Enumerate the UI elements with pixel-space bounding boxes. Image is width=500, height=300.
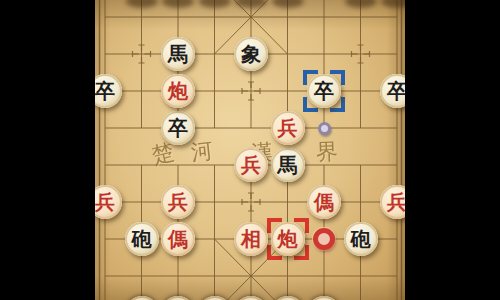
letterbox-right: [405, 0, 500, 300]
piece-red-horse[interactable]: 傌: [307, 185, 341, 219]
piece-red-cannon[interactable]: 炮: [271, 222, 305, 256]
piece-black-horse[interactable]: 馬: [161, 37, 195, 71]
capture-target-ring[interactable]: [313, 228, 335, 250]
app-screen: 楚河漢界馬象卒卒卒卒馬砲砲炮兵兵兵兵傌兵傌相炮: [0, 0, 500, 300]
piece-black-elephant[interactable]: 象: [234, 37, 268, 71]
piece-black-horse[interactable]: 馬: [271, 148, 305, 182]
piece-red-soldier[interactable]: 兵: [234, 148, 268, 182]
piece-black-soldier[interactable]: 卒: [307, 74, 341, 108]
xiangqi-board[interactable]: 楚河漢界馬象卒卒卒卒馬砲砲炮兵兵兵兵傌兵傌相炮: [95, 0, 405, 300]
letterbox-left: [0, 0, 95, 300]
river-text-char: 界: [315, 137, 338, 168]
piece-red-soldier[interactable]: 兵: [271, 111, 305, 145]
piece-red-cannon[interactable]: 炮: [161, 74, 195, 108]
piece-red-horse[interactable]: 傌: [161, 222, 195, 256]
move-destination-dot[interactable]: [318, 122, 331, 135]
piece-black-cannon[interactable]: 砲: [125, 222, 159, 256]
piece-red-elephant[interactable]: 相: [234, 222, 268, 256]
piece-red-soldier[interactable]: 兵: [161, 185, 195, 219]
piece-black-soldier[interactable]: 卒: [161, 111, 195, 145]
piece-black-cannon[interactable]: 砲: [344, 222, 378, 256]
river-text-char: 河: [189, 136, 214, 168]
